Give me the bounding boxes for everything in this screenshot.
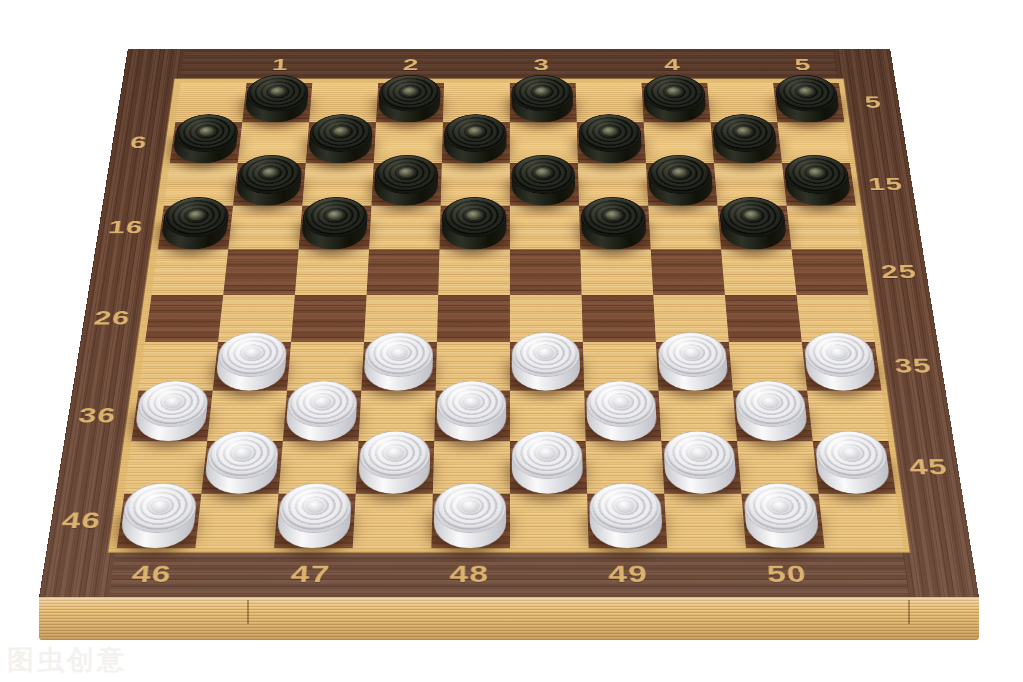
light-square [195, 494, 278, 549]
square-24[interactable] [651, 249, 725, 294]
white-piece-square-50[interactable] [740, 493, 823, 548]
white-piece-square-32[interactable] [360, 341, 436, 390]
white-piece-square-35[interactable] [801, 341, 881, 390]
white-piece-square-43[interactable] [509, 440, 586, 492]
white-piece-square-33[interactable] [509, 341, 583, 390]
light-square [295, 249, 369, 294]
white-piece-square-46[interactable] [116, 493, 201, 548]
square-30[interactable] [725, 295, 802, 342]
black-piece-square-7[interactable] [305, 122, 375, 163]
coordinate-label-3: 3 [533, 55, 550, 74]
square-22[interactable] [367, 249, 440, 294]
coordinate-label-50: 50 [766, 560, 808, 588]
white-piece-square-48[interactable] [430, 493, 509, 548]
black-piece-square-19[interactable] [578, 205, 650, 249]
square-26[interactable] [145, 295, 223, 342]
white-piece-square-49[interactable] [586, 493, 666, 548]
white-piece-square-37[interactable] [282, 390, 360, 441]
square-27[interactable] [291, 295, 367, 342]
black-piece-square-6[interactable] [169, 122, 242, 163]
white-piece-square-38[interactable] [433, 390, 509, 441]
black-piece-square-9[interactable] [576, 122, 645, 163]
coordinate-label-46: 46 [60, 507, 103, 534]
coordinate-label-2: 2 [402, 55, 419, 74]
piece-top [434, 483, 506, 533]
black-piece-square-20[interactable] [717, 205, 791, 249]
light-square [510, 206, 580, 250]
black-piece-square-3[interactable] [509, 82, 576, 122]
coordinate-label-48: 48 [449, 560, 489, 588]
piece-top [589, 483, 663, 533]
box-joint-seam [247, 600, 249, 624]
board-front-edge [39, 597, 979, 640]
piece-top [444, 114, 507, 152]
coordinate-label-6: 6 [129, 132, 149, 152]
coordinate-label-46: 46 [130, 560, 173, 588]
coordinate-label-25: 25 [879, 260, 918, 282]
coordinate-label-5: 5 [863, 92, 882, 111]
piece-top [442, 197, 507, 237]
box-joint-seam [908, 600, 910, 624]
square-25[interactable] [792, 249, 869, 294]
piece-top [512, 332, 580, 377]
piece-top [512, 155, 576, 194]
piece-top [437, 381, 507, 427]
black-piece-square-8[interactable] [441, 122, 509, 163]
white-piece-square-34[interactable] [655, 341, 732, 390]
black-piece-square-1[interactable] [241, 82, 311, 122]
white-piece-square-36[interactable] [131, 390, 212, 441]
black-piece-square-15[interactable] [781, 163, 855, 205]
board-top-surface: 123454647484950616263646515253545 [39, 49, 979, 597]
coordinate-label-36: 36 [77, 403, 118, 428]
white-piece-square-47[interactable] [273, 493, 355, 548]
light-square [228, 206, 302, 250]
white-piece-square-42[interactable] [355, 440, 434, 492]
white-piece-square-44[interactable] [660, 440, 740, 492]
light-square [819, 494, 904, 549]
white-piece-square-39[interactable] [583, 390, 660, 441]
piece-top [512, 431, 583, 479]
light-square [369, 206, 441, 250]
black-piece-square-5[interactable] [772, 82, 843, 122]
white-piece-square-45[interactable] [812, 440, 895, 492]
light-square [787, 206, 862, 250]
white-piece-square-31[interactable] [212, 341, 290, 390]
coordinate-label-35: 35 [893, 354, 933, 378]
watermark: 图虫创意 [7, 642, 127, 678]
black-piece-square-14[interactable] [645, 163, 717, 205]
square-23[interactable] [510, 249, 582, 294]
light-square [152, 249, 229, 294]
light-square [721, 249, 796, 294]
black-piece-square-2[interactable] [375, 82, 443, 122]
frame-bottom [39, 548, 979, 597]
black-piece-square-18[interactable] [439, 205, 509, 249]
light-square [438, 249, 510, 294]
square-21[interactable] [223, 249, 298, 294]
piece-top [581, 197, 647, 237]
black-piece-square-17[interactable] [298, 205, 371, 249]
square-28[interactable] [437, 295, 510, 342]
black-piece-square-16[interactable] [157, 205, 232, 249]
square-29[interactable] [582, 295, 656, 342]
light-square [648, 206, 721, 250]
coordinate-label-49: 49 [608, 560, 649, 588]
piece-top [586, 381, 657, 427]
coordinate-label-15: 15 [867, 173, 904, 194]
white-piece-square-40[interactable] [732, 390, 812, 441]
black-piece-square-12[interactable] [371, 163, 441, 205]
frame-top [122, 49, 895, 83]
coordinate-label-1: 1 [271, 55, 289, 74]
coordinate-label-45: 45 [907, 454, 949, 480]
coordinate-label-5: 5 [794, 55, 813, 74]
black-piece-square-10[interactable] [710, 122, 781, 163]
scene-background: 123454647484950616263646515253545 图虫创意 [0, 0, 1023, 682]
black-piece-square-13[interactable] [509, 163, 578, 205]
piece-top [511, 75, 573, 111]
light-square [510, 494, 589, 549]
draughts-board: 123454647484950616263646515253545 [39, 49, 979, 597]
piece-top [578, 114, 642, 152]
white-piece-square-41[interactable] [200, 440, 281, 492]
coordinate-label-16: 16 [107, 216, 145, 237]
light-square [353, 494, 433, 549]
black-piece-square-4[interactable] [641, 82, 710, 122]
light-square [580, 249, 653, 294]
light-square [664, 494, 746, 549]
coordinate-label-47: 47 [290, 560, 331, 588]
coordinate-label-26: 26 [93, 306, 132, 329]
black-piece-square-11[interactable] [232, 163, 305, 205]
coordinate-label-4: 4 [664, 55, 682, 74]
